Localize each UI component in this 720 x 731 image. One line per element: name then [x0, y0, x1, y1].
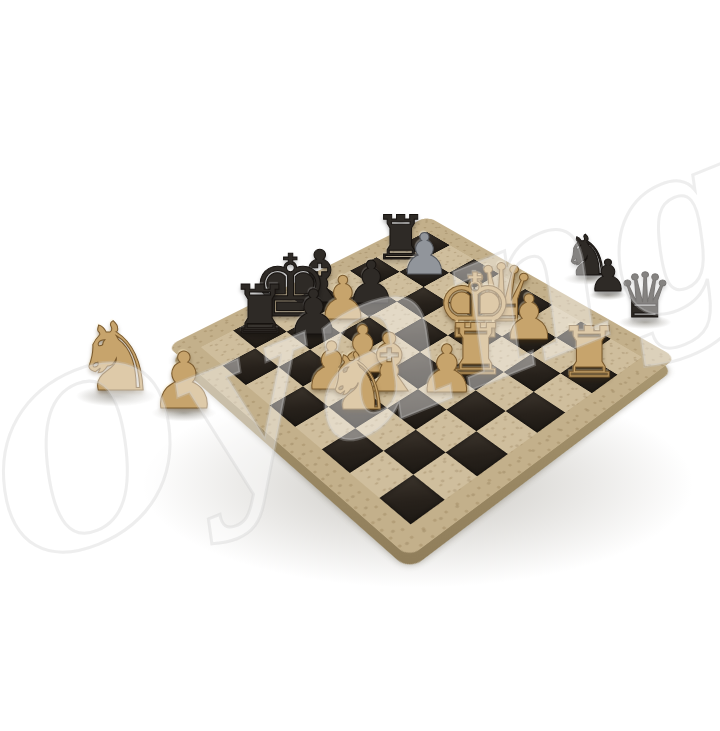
- white-knight-captured[interactable]: ♞: [73, 310, 158, 405]
- white-pawn-g3[interactable]: ♟: [501, 287, 557, 349]
- white-rook-g1[interactable]: ♜: [557, 316, 621, 387]
- white-knight-b4[interactable]: ♞: [323, 343, 394, 422]
- black-queen-captured[interactable]: ♛: [617, 265, 673, 327]
- pieces-layer: ♜♚♝♜♟♟♟♟♟♟♞♝♚♛♟♜♟♜♞♟♞♟♛: [0, 0, 720, 731]
- white-pawn-captured[interactable]: ♟: [149, 342, 219, 420]
- black-rook-b8[interactable]: ♜: [230, 277, 290, 344]
- white-pawn-d3[interactable]: ♟: [417, 337, 476, 403]
- chess-set-photo: ♜♚♝♜♟♟♟♟♟♟♞♝♚♛♟♜♟♜♞♟♞♟♛ Oyang: [0, 0, 720, 731]
